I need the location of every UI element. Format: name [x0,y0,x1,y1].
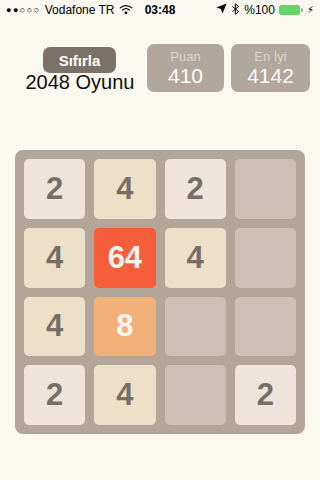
reset-button[interactable]: Sıfırla [43,47,116,73]
tile-4: 4 [94,365,155,425]
empty-cell [165,365,226,425]
score-box: Puan 410 [147,44,224,92]
wifi-icon [119,4,133,18]
board[interactable]: 242464448242 [15,150,305,434]
bluetooth-icon [231,3,240,18]
tile-2: 2 [24,365,85,425]
score-value: 410 [168,65,203,87]
empty-cell [235,297,296,357]
tile-2: 2 [24,159,85,219]
best-score-box: En İyi 4142 [231,44,310,92]
page-title: 2048 Oyunu [0,71,160,94]
tile-8: 8 [94,297,155,357]
app-screen: ●●○○○ Vodafone TR 03:48 %100 ⚡ [0,0,320,480]
signal-strength-icon: ●●○○○ [6,0,41,20]
location-icon [216,3,227,17]
empty-cell [165,297,226,357]
empty-cell [235,228,296,288]
status-bar: ●●○○○ Vodafone TR 03:48 %100 ⚡ [0,0,320,20]
tile-2: 2 [235,365,296,425]
battery-percent-label: %100 [244,3,275,17]
battery-icon [279,5,300,15]
tile-64: 64 [94,228,155,288]
empty-cell [235,159,296,219]
tile-2: 2 [165,159,226,219]
charging-icon: ⚡ [307,5,314,15]
status-bar-right: %100 ⚡ [216,3,314,18]
carrier-label: Vodafone TR [45,3,115,17]
best-score-value: 4142 [247,65,294,87]
score-label: Puan [170,50,200,64]
tile-4: 4 [24,228,85,288]
best-score-label: En İyi [254,50,287,64]
tile-4: 4 [94,159,155,219]
tile-4: 4 [24,297,85,357]
tile-4: 4 [165,228,226,288]
